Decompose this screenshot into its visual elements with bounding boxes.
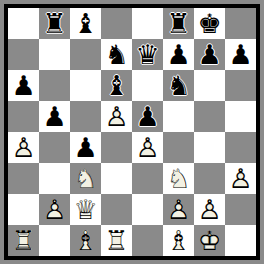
black-rook-piece: ♜ — [39, 8, 70, 39]
square-b2[interactable]: ♟♙ — [39, 194, 70, 225]
square-b5[interactable]: ♟ — [39, 101, 70, 132]
black-knight-piece: ♞ — [101, 39, 132, 70]
square-f1[interactable]: ♝♗ — [163, 225, 194, 256]
square-f8[interactable]: ♜ — [163, 8, 194, 39]
square-d7[interactable]: ♞ — [101, 39, 132, 70]
square-f4[interactable] — [163, 132, 194, 163]
square-f2[interactable]: ♟♙ — [163, 194, 194, 225]
black-pawn-piece: ♟ — [132, 101, 163, 132]
white-queen-piece: ♛♕ — [70, 194, 101, 225]
square-a5[interactable] — [8, 101, 39, 132]
white-pawn-piece: ♟♙ — [194, 194, 225, 225]
white-knight-piece: ♞♘ — [163, 163, 194, 194]
square-g4[interactable] — [194, 132, 225, 163]
square-g3[interactable] — [194, 163, 225, 194]
square-a1[interactable]: ♜♖ — [8, 225, 39, 256]
square-h1[interactable] — [225, 225, 256, 256]
square-f7[interactable]: ♟ — [163, 39, 194, 70]
chess-board: ♜♝♜♚♞♛♟♟♟♟♝♞♟♟♙♟♟♙♟♟♙♞♘♞♘♟♙♟♙♛♕♟♙♟♙♜♖♝♗♜… — [4, 4, 260, 260]
square-f3[interactable]: ♞♘ — [163, 163, 194, 194]
square-e1[interactable] — [132, 225, 163, 256]
square-b1[interactable] — [39, 225, 70, 256]
chess-diagram: ♜♝♜♚♞♛♟♟♟♟♝♞♟♟♙♟♟♙♟♟♙♞♘♞♘♟♙♟♙♛♕♟♙♟♙♜♖♝♗♜… — [0, 0, 264, 264]
square-e6[interactable] — [132, 70, 163, 101]
square-h5[interactable] — [225, 101, 256, 132]
square-g1[interactable]: ♚♔ — [194, 225, 225, 256]
square-b7[interactable] — [39, 39, 70, 70]
square-c1[interactable]: ♝♗ — [70, 225, 101, 256]
square-h6[interactable] — [225, 70, 256, 101]
square-d1[interactable]: ♜♖ — [101, 225, 132, 256]
black-rook-piece: ♜ — [163, 8, 194, 39]
square-h3[interactable]: ♟♙ — [225, 163, 256, 194]
square-c2[interactable]: ♛♕ — [70, 194, 101, 225]
square-d2[interactable] — [101, 194, 132, 225]
square-a3[interactable] — [8, 163, 39, 194]
square-c5[interactable] — [70, 101, 101, 132]
square-a7[interactable] — [8, 39, 39, 70]
white-bishop-piece: ♝♗ — [163, 225, 194, 256]
square-e4[interactable]: ♟♙ — [132, 132, 163, 163]
square-d8[interactable] — [101, 8, 132, 39]
square-e7[interactable]: ♛ — [132, 39, 163, 70]
square-a6[interactable]: ♟ — [8, 70, 39, 101]
white-pawn-piece: ♟♙ — [225, 163, 256, 194]
white-pawn-piece: ♟♙ — [132, 132, 163, 163]
square-a8[interactable] — [8, 8, 39, 39]
black-pawn-piece: ♟ — [70, 132, 101, 163]
square-f5[interactable] — [163, 101, 194, 132]
square-d4[interactable] — [101, 132, 132, 163]
black-queen-piece: ♛ — [132, 39, 163, 70]
square-h8[interactable] — [225, 8, 256, 39]
square-b8[interactable]: ♜ — [39, 8, 70, 39]
square-c7[interactable] — [70, 39, 101, 70]
square-f6[interactable]: ♞ — [163, 70, 194, 101]
black-pawn-piece: ♟ — [39, 101, 70, 132]
square-g8[interactable]: ♚ — [194, 8, 225, 39]
white-pawn-piece: ♟♙ — [163, 194, 194, 225]
square-g7[interactable]: ♟ — [194, 39, 225, 70]
white-bishop-piece: ♝♗ — [70, 225, 101, 256]
square-h7[interactable]: ♟ — [225, 39, 256, 70]
square-d6[interactable]: ♝ — [101, 70, 132, 101]
square-e2[interactable] — [132, 194, 163, 225]
black-pawn-piece: ♟ — [194, 39, 225, 70]
square-g5[interactable] — [194, 101, 225, 132]
square-g2[interactable]: ♟♙ — [194, 194, 225, 225]
white-rook-piece: ♜♖ — [101, 225, 132, 256]
black-bishop-piece: ♝ — [101, 70, 132, 101]
square-a2[interactable] — [8, 194, 39, 225]
black-pawn-piece: ♟ — [8, 70, 39, 101]
square-e3[interactable] — [132, 163, 163, 194]
black-king-piece: ♚ — [194, 8, 225, 39]
square-b3[interactable] — [39, 163, 70, 194]
black-pawn-piece: ♟ — [163, 39, 194, 70]
square-b6[interactable] — [39, 70, 70, 101]
square-d3[interactable] — [101, 163, 132, 194]
square-e5[interactable]: ♟ — [132, 101, 163, 132]
black-knight-piece: ♞ — [163, 70, 194, 101]
square-h2[interactable] — [225, 194, 256, 225]
square-e8[interactable] — [132, 8, 163, 39]
square-h4[interactable] — [225, 132, 256, 163]
square-c3[interactable]: ♞♘ — [70, 163, 101, 194]
square-c6[interactable] — [70, 70, 101, 101]
square-d5[interactable]: ♟♙ — [101, 101, 132, 132]
white-rook-piece: ♜♖ — [8, 225, 39, 256]
white-pawn-piece: ♟♙ — [8, 132, 39, 163]
white-pawn-piece: ♟♙ — [39, 194, 70, 225]
square-a4[interactable]: ♟♙ — [8, 132, 39, 163]
black-bishop-piece: ♝ — [70, 8, 101, 39]
square-b4[interactable] — [39, 132, 70, 163]
square-c4[interactable]: ♟ — [70, 132, 101, 163]
black-pawn-piece: ♟ — [225, 39, 256, 70]
white-knight-piece: ♞♘ — [70, 163, 101, 194]
white-pawn-piece: ♟♙ — [101, 101, 132, 132]
square-g6[interactable] — [194, 70, 225, 101]
square-c8[interactable]: ♝ — [70, 8, 101, 39]
white-king-piece: ♚♔ — [194, 225, 225, 256]
